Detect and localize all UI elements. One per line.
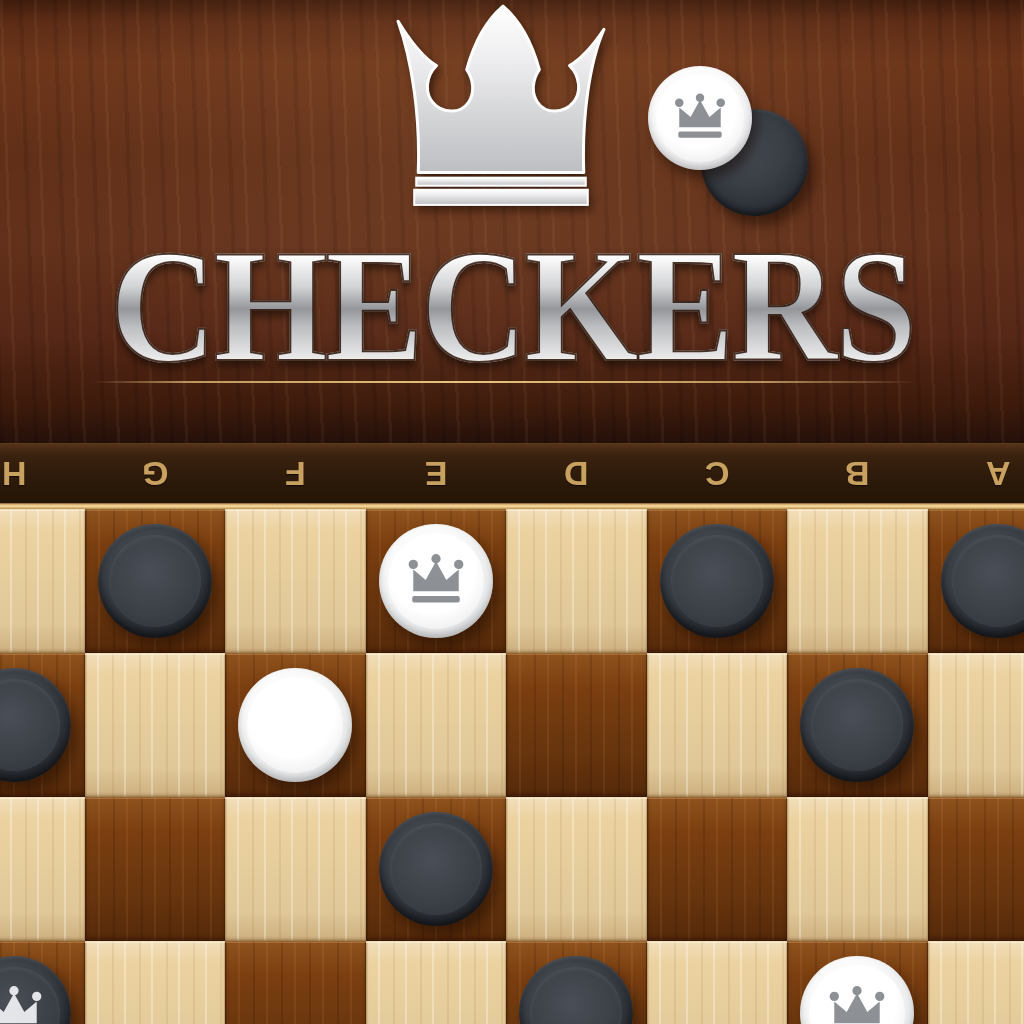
board-square[interactable] [647,797,788,941]
board-square[interactable] [85,797,226,941]
file-label-b: B [787,444,928,503]
board-square[interactable] [225,653,366,797]
board-square[interactable] [506,653,647,797]
board-square [787,797,928,941]
file-label-e: E [366,444,507,503]
checker-black-man[interactable] [800,668,914,782]
file-label-d: D [506,444,647,503]
header-wood-panel: CHECKERS [0,0,1024,443]
board-square[interactable] [647,509,788,653]
checker-black-king[interactable] [0,956,71,1024]
board-grid [0,509,1024,1024]
file-label-g: G [85,444,226,503]
file-label-a: A [928,444,1024,503]
white-king-checker-icon [648,66,752,170]
board-square [0,509,85,653]
file-label-h: H [0,444,85,503]
checker-black-man[interactable] [660,524,774,638]
board-square [506,797,647,941]
board-square[interactable] [0,941,85,1024]
checker-black-man[interactable] [379,812,493,926]
game-title-wrap: CHECKERS [0,226,1024,386]
board-square [647,653,788,797]
checker-black-man[interactable] [519,956,633,1024]
checker-black-man[interactable] [941,524,1024,638]
crown-logo-icon [390,2,612,208]
file-label-strip: HGFEDCBA [0,443,1024,503]
king-crown-icon [824,984,890,1024]
board-square[interactable] [225,941,366,1024]
king-crown-icon [403,552,469,608]
board-square [928,941,1024,1024]
file-label-f: F [225,444,366,503]
board-square [787,509,928,653]
king-crown-icon [670,92,730,143]
board-square [85,653,226,797]
board-square [928,653,1024,797]
board-square[interactable] [787,653,928,797]
king-crown-icon [0,984,47,1024]
checker-black-man[interactable] [0,668,71,782]
checker-white-man[interactable] [238,668,352,782]
board-square[interactable] [85,509,226,653]
board-square [0,797,85,941]
board-square[interactable] [928,509,1024,653]
board-square[interactable] [0,653,85,797]
board-square [506,509,647,653]
game-title: CHECKERS [110,226,914,386]
checker-black-man[interactable] [98,524,212,638]
file-labels: HGFEDCBA [0,444,1024,503]
board-square[interactable] [366,509,507,653]
board-square[interactable] [787,941,928,1024]
board-square[interactable] [506,941,647,1024]
board-square [366,653,507,797]
checker-white-king[interactable] [379,524,493,638]
board-square[interactable] [366,797,507,941]
board-square [225,509,366,653]
board-square[interactable] [928,797,1024,941]
checker-white-king[interactable] [800,956,914,1024]
board-square [366,941,507,1024]
file-label-c: C [647,444,788,503]
board-square [85,941,226,1024]
board-area [0,509,1024,1024]
header-divider [92,381,918,383]
board-square [225,797,366,941]
board-square [647,941,788,1024]
